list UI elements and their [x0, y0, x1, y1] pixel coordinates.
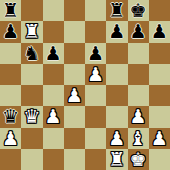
white-queen-piece[interactable]: ♛ — [23, 106, 40, 127]
square-e1[interactable] — [85, 149, 106, 170]
square-f5[interactable] — [106, 64, 127, 85]
square-d7[interactable] — [64, 21, 85, 42]
square-a6[interactable] — [0, 43, 21, 64]
black-king-piece[interactable]: ♚ — [130, 0, 147, 21]
square-g3[interactable]: ♟ — [128, 106, 149, 127]
white-pawn-piece[interactable]: ♟ — [87, 64, 104, 85]
square-h6[interactable] — [149, 43, 170, 64]
square-h3[interactable] — [149, 106, 170, 127]
white-pawn-piece[interactable]: ♟ — [66, 85, 83, 106]
black-pawn-piece[interactable]: ♟ — [108, 21, 125, 42]
black-rook-piece[interactable]: ♜ — [2, 0, 19, 21]
square-g4[interactable] — [128, 85, 149, 106]
square-h8[interactable] — [149, 0, 170, 21]
square-f7[interactable]: ♟ — [106, 21, 127, 42]
square-c5[interactable] — [43, 64, 64, 85]
square-e5[interactable]: ♟ — [85, 64, 106, 85]
black-queen-piece[interactable]: ♛ — [2, 106, 19, 127]
square-b6[interactable]: ♞ — [21, 43, 42, 64]
square-b7[interactable]: ♜ — [21, 21, 42, 42]
square-d3[interactable] — [64, 106, 85, 127]
square-g2[interactable]: ♝ — [128, 128, 149, 149]
square-b2[interactable] — [21, 128, 42, 149]
square-c8[interactable] — [43, 0, 64, 21]
square-h2[interactable]: ♟ — [149, 128, 170, 149]
square-g8[interactable]: ♚ — [128, 0, 149, 21]
square-a1[interactable] — [0, 149, 21, 170]
square-a8[interactable]: ♜ — [0, 0, 21, 21]
square-a4[interactable] — [0, 85, 21, 106]
square-d1[interactable] — [64, 149, 85, 170]
white-pawn-piece[interactable]: ♟ — [151, 128, 168, 149]
black-pawn-piece[interactable]: ♟ — [87, 43, 104, 64]
square-h7[interactable]: ♟ — [149, 21, 170, 42]
square-e6[interactable]: ♟ — [85, 43, 106, 64]
white-king-piece[interactable]: ♚ — [130, 149, 147, 170]
white-pawn-piece[interactable]: ♟ — [2, 128, 19, 149]
white-rook-piece[interactable]: ♜ — [108, 149, 125, 170]
black-pawn-piece[interactable]: ♟ — [2, 21, 19, 42]
white-rook-piece[interactable]: ♜ — [23, 21, 40, 42]
square-e7[interactable] — [85, 21, 106, 42]
square-f8[interactable]: ♜ — [106, 0, 127, 21]
square-d2[interactable] — [64, 128, 85, 149]
square-f4[interactable] — [106, 85, 127, 106]
square-a3[interactable]: ♛ — [0, 106, 21, 127]
square-f1[interactable]: ♜ — [106, 149, 127, 170]
square-b5[interactable] — [21, 64, 42, 85]
square-c2[interactable] — [43, 128, 64, 149]
square-b1[interactable] — [21, 149, 42, 170]
square-a5[interactable] — [0, 64, 21, 85]
square-d5[interactable] — [64, 64, 85, 85]
square-f3[interactable] — [106, 106, 127, 127]
white-pawn-piece[interactable]: ♟ — [130, 106, 147, 127]
chess-board: ♜♜♚♟♜♟♟♟♞♟♟♟♟♛♛♟♟♟♟♝♟♜♚ — [0, 0, 170, 170]
square-a7[interactable]: ♟ — [0, 21, 21, 42]
white-pawn-piece[interactable]: ♟ — [45, 106, 62, 127]
square-h4[interactable] — [149, 85, 170, 106]
white-bishop-piece[interactable]: ♝ — [130, 128, 147, 149]
square-e3[interactable] — [85, 106, 106, 127]
square-d8[interactable] — [64, 0, 85, 21]
square-b8[interactable] — [21, 0, 42, 21]
square-c6[interactable]: ♟ — [43, 43, 64, 64]
square-h5[interactable] — [149, 64, 170, 85]
square-f2[interactable]: ♟ — [106, 128, 127, 149]
square-g7[interactable]: ♟ — [128, 21, 149, 42]
white-pawn-piece[interactable]: ♟ — [108, 128, 125, 149]
square-g1[interactable]: ♚ — [128, 149, 149, 170]
square-d6[interactable] — [64, 43, 85, 64]
square-g6[interactable] — [128, 43, 149, 64]
square-b4[interactable] — [21, 85, 42, 106]
square-e8[interactable] — [85, 0, 106, 21]
square-c1[interactable] — [43, 149, 64, 170]
square-e2[interactable] — [85, 128, 106, 149]
square-e4[interactable] — [85, 85, 106, 106]
square-g5[interactable] — [128, 64, 149, 85]
square-d4[interactable]: ♟ — [64, 85, 85, 106]
black-pawn-piece[interactable]: ♟ — [130, 21, 147, 42]
square-a2[interactable]: ♟ — [0, 128, 21, 149]
square-c4[interactable] — [43, 85, 64, 106]
black-knight-piece[interactable]: ♞ — [23, 43, 40, 64]
black-pawn-piece[interactable]: ♟ — [45, 43, 62, 64]
square-h1[interactable] — [149, 149, 170, 170]
black-pawn-piece[interactable]: ♟ — [151, 21, 168, 42]
square-c7[interactable] — [43, 21, 64, 42]
square-c3[interactable]: ♟ — [43, 106, 64, 127]
square-f6[interactable] — [106, 43, 127, 64]
square-b3[interactable]: ♛ — [21, 106, 42, 127]
black-rook-piece[interactable]: ♜ — [108, 0, 125, 21]
